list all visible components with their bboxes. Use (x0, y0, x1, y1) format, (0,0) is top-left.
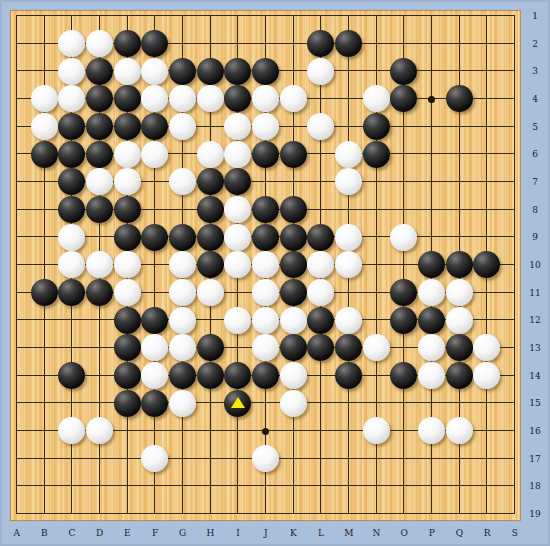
cell-D2[interactable] (86, 30, 114, 58)
cell-H9[interactable] (196, 223, 224, 251)
cell-B7[interactable] (30, 168, 58, 196)
cell-R11[interactable] (473, 279, 501, 307)
cell-Q12[interactable] (445, 306, 473, 334)
cell-E11[interactable] (113, 279, 141, 307)
cell-S14[interactable] (501, 362, 529, 390)
cell-O1[interactable] (390, 2, 418, 30)
cell-B19[interactable] (30, 500, 58, 528)
cell-H13[interactable] (196, 334, 224, 362)
cell-A14[interactable] (3, 362, 31, 390)
cell-S10[interactable] (501, 251, 529, 279)
cell-Q9[interactable] (445, 223, 473, 251)
cell-M11[interactable] (335, 279, 363, 307)
cell-M15[interactable] (335, 389, 363, 417)
cell-L10[interactable] (307, 251, 335, 279)
cell-S3[interactable] (501, 57, 529, 85)
cell-G7[interactable] (169, 168, 197, 196)
cell-A11[interactable] (3, 279, 31, 307)
cell-P13[interactable] (418, 334, 446, 362)
cell-F12[interactable] (141, 306, 169, 334)
cell-A1[interactable] (3, 2, 31, 30)
cell-D3[interactable] (86, 57, 114, 85)
cell-H6[interactable] (196, 140, 224, 168)
cell-E6[interactable] (113, 140, 141, 168)
cell-A3[interactable] (3, 57, 31, 85)
cell-S7[interactable] (501, 168, 529, 196)
cell-S15[interactable] (501, 389, 529, 417)
cell-N11[interactable] (362, 279, 390, 307)
cell-A2[interactable] (3, 30, 31, 58)
cell-D9[interactable] (86, 223, 114, 251)
cell-R12[interactable] (473, 306, 501, 334)
cell-M6[interactable] (335, 140, 363, 168)
cell-M1[interactable] (335, 2, 363, 30)
cell-B1[interactable] (30, 2, 58, 30)
cell-L8[interactable] (307, 196, 335, 224)
cell-D5[interactable] (86, 113, 114, 141)
cell-E17[interactable] (113, 445, 141, 473)
cell-C4[interactable] (58, 85, 86, 113)
cell-M5[interactable] (335, 113, 363, 141)
cell-L2[interactable] (307, 30, 335, 58)
cell-A12[interactable] (3, 306, 31, 334)
cell-D18[interactable] (86, 472, 114, 500)
cell-G10[interactable] (169, 251, 197, 279)
cell-G17[interactable] (169, 445, 197, 473)
cell-P11[interactable] (418, 279, 446, 307)
cell-E10[interactable] (113, 251, 141, 279)
cell-P16[interactable] (418, 417, 446, 445)
cell-P4[interactable] (418, 85, 446, 113)
cell-L19[interactable] (307, 500, 335, 528)
cell-I9[interactable] (224, 223, 252, 251)
cell-I14[interactable] (224, 362, 252, 390)
cell-I13[interactable] (224, 334, 252, 362)
cell-H18[interactable] (196, 472, 224, 500)
cell-G15[interactable] (169, 389, 197, 417)
cell-R17[interactable] (473, 445, 501, 473)
cell-K11[interactable] (279, 279, 307, 307)
cell-J10[interactable] (252, 251, 280, 279)
cell-E9[interactable] (113, 223, 141, 251)
cell-R4[interactable] (473, 85, 501, 113)
cell-K14[interactable] (279, 362, 307, 390)
cell-G3[interactable] (169, 57, 197, 85)
cell-K2[interactable] (279, 30, 307, 58)
cell-P5[interactable] (418, 113, 446, 141)
cell-J17[interactable] (252, 445, 280, 473)
cell-G16[interactable] (169, 417, 197, 445)
cell-L13[interactable] (307, 334, 335, 362)
cell-N10[interactable] (362, 251, 390, 279)
cell-L15[interactable] (307, 389, 335, 417)
cell-M8[interactable] (335, 196, 363, 224)
cell-M17[interactable] (335, 445, 363, 473)
cell-K6[interactable] (279, 140, 307, 168)
cell-B10[interactable] (30, 251, 58, 279)
cell-P12[interactable] (418, 306, 446, 334)
cell-N2[interactable] (362, 30, 390, 58)
cell-R6[interactable] (473, 140, 501, 168)
cell-F3[interactable] (141, 57, 169, 85)
cell-S11[interactable] (501, 279, 529, 307)
cell-I4[interactable] (224, 85, 252, 113)
cell-K12[interactable] (279, 306, 307, 334)
cell-J15[interactable] (252, 389, 280, 417)
cell-B2[interactable] (30, 30, 58, 58)
cell-E8[interactable] (113, 196, 141, 224)
cell-Q3[interactable] (445, 57, 473, 85)
cell-I8[interactable] (224, 196, 252, 224)
cell-C17[interactable] (58, 445, 86, 473)
cell-N14[interactable] (362, 362, 390, 390)
cell-N6[interactable] (362, 140, 390, 168)
cell-E15[interactable] (113, 389, 141, 417)
cell-K19[interactable] (279, 500, 307, 528)
cell-R15[interactable] (473, 389, 501, 417)
cell-I11[interactable] (224, 279, 252, 307)
cell-B18[interactable] (30, 472, 58, 500)
cell-H4[interactable] (196, 85, 224, 113)
cell-G6[interactable] (169, 140, 197, 168)
cell-I15[interactable] (224, 389, 252, 417)
cell-A7[interactable] (3, 168, 31, 196)
cell-R5[interactable] (473, 113, 501, 141)
cell-D12[interactable] (86, 306, 114, 334)
cell-J13[interactable] (252, 334, 280, 362)
cell-A4[interactable] (3, 85, 31, 113)
cell-R1[interactable] (473, 2, 501, 30)
cell-L4[interactable] (307, 85, 335, 113)
cell-B12[interactable] (30, 306, 58, 334)
cell-J3[interactable] (252, 57, 280, 85)
cell-D6[interactable] (86, 140, 114, 168)
cell-C5[interactable] (58, 113, 86, 141)
cell-I19[interactable] (224, 500, 252, 528)
cell-L14[interactable] (307, 362, 335, 390)
cell-E19[interactable] (113, 500, 141, 528)
cell-D10[interactable] (86, 251, 114, 279)
cell-I6[interactable] (224, 140, 252, 168)
cell-C10[interactable] (58, 251, 86, 279)
cell-I1[interactable] (224, 2, 252, 30)
cell-H1[interactable] (196, 2, 224, 30)
cell-M18[interactable] (335, 472, 363, 500)
cell-O7[interactable] (390, 168, 418, 196)
cell-J16[interactable] (252, 417, 280, 445)
cell-G14[interactable] (169, 362, 197, 390)
cell-A10[interactable] (3, 251, 31, 279)
cell-J11[interactable] (252, 279, 280, 307)
cell-N7[interactable] (362, 168, 390, 196)
cell-E14[interactable] (113, 362, 141, 390)
cell-S1[interactable] (501, 2, 529, 30)
cell-R2[interactable] (473, 30, 501, 58)
cell-J4[interactable] (252, 85, 280, 113)
cell-E13[interactable] (113, 334, 141, 362)
cell-O17[interactable] (390, 445, 418, 473)
cell-A9[interactable] (3, 223, 31, 251)
cell-K5[interactable] (279, 113, 307, 141)
cell-P6[interactable] (418, 140, 446, 168)
cell-J6[interactable] (252, 140, 280, 168)
cell-I18[interactable] (224, 472, 252, 500)
cell-B15[interactable] (30, 389, 58, 417)
cell-H16[interactable] (196, 417, 224, 445)
cell-F8[interactable] (141, 196, 169, 224)
cell-N18[interactable] (362, 472, 390, 500)
cell-Q18[interactable] (445, 472, 473, 500)
cell-Q6[interactable] (445, 140, 473, 168)
cell-C12[interactable] (58, 306, 86, 334)
cell-M10[interactable] (335, 251, 363, 279)
cell-C2[interactable] (58, 30, 86, 58)
cell-H7[interactable] (196, 168, 224, 196)
cell-L11[interactable] (307, 279, 335, 307)
cell-R13[interactable] (473, 334, 501, 362)
cell-A5[interactable] (3, 113, 31, 141)
cell-A15[interactable] (3, 389, 31, 417)
cell-F11[interactable] (141, 279, 169, 307)
cell-B11[interactable] (30, 279, 58, 307)
cell-S4[interactable] (501, 85, 529, 113)
cell-P18[interactable] (418, 472, 446, 500)
cell-O16[interactable] (390, 417, 418, 445)
cell-H8[interactable] (196, 196, 224, 224)
cell-S9[interactable] (501, 223, 529, 251)
cell-B13[interactable] (30, 334, 58, 362)
cell-M19[interactable] (335, 500, 363, 528)
cell-C9[interactable] (58, 223, 86, 251)
cell-F18[interactable] (141, 472, 169, 500)
cell-E7[interactable] (113, 168, 141, 196)
cell-K17[interactable] (279, 445, 307, 473)
cell-A16[interactable] (3, 417, 31, 445)
cell-L12[interactable] (307, 306, 335, 334)
cell-F19[interactable] (141, 500, 169, 528)
cell-K1[interactable] (279, 2, 307, 30)
cell-O2[interactable] (390, 30, 418, 58)
cell-B17[interactable] (30, 445, 58, 473)
cell-Q2[interactable] (445, 30, 473, 58)
cell-F9[interactable] (141, 223, 169, 251)
cell-P14[interactable] (418, 362, 446, 390)
cell-M3[interactable] (335, 57, 363, 85)
cell-N5[interactable] (362, 113, 390, 141)
cell-O9[interactable] (390, 223, 418, 251)
cell-D11[interactable] (86, 279, 114, 307)
cell-N4[interactable] (362, 85, 390, 113)
cell-P9[interactable] (418, 223, 446, 251)
cell-E1[interactable] (113, 2, 141, 30)
cell-B9[interactable] (30, 223, 58, 251)
cell-D14[interactable] (86, 362, 114, 390)
cell-E12[interactable] (113, 306, 141, 334)
cell-G8[interactable] (169, 196, 197, 224)
cell-K18[interactable] (279, 472, 307, 500)
cell-J1[interactable] (252, 2, 280, 30)
cell-D13[interactable] (86, 334, 114, 362)
cell-E5[interactable] (113, 113, 141, 141)
cell-D7[interactable] (86, 168, 114, 196)
cell-P15[interactable] (418, 389, 446, 417)
cell-C8[interactable] (58, 196, 86, 224)
cell-J7[interactable] (252, 168, 280, 196)
cell-L1[interactable] (307, 2, 335, 30)
cell-J12[interactable] (252, 306, 280, 334)
cell-P1[interactable] (418, 2, 446, 30)
cell-G5[interactable] (169, 113, 197, 141)
cell-I7[interactable] (224, 168, 252, 196)
cell-A19[interactable] (3, 500, 31, 528)
cell-L17[interactable] (307, 445, 335, 473)
cell-L16[interactable] (307, 417, 335, 445)
cell-G1[interactable] (169, 2, 197, 30)
cell-N19[interactable] (362, 500, 390, 528)
cell-A13[interactable] (3, 334, 31, 362)
cell-H14[interactable] (196, 362, 224, 390)
cell-O11[interactable] (390, 279, 418, 307)
cell-L3[interactable] (307, 57, 335, 85)
cell-K7[interactable] (279, 168, 307, 196)
cell-O14[interactable] (390, 362, 418, 390)
cell-S12[interactable] (501, 306, 529, 334)
cell-M13[interactable] (335, 334, 363, 362)
cell-P17[interactable] (418, 445, 446, 473)
cell-Q5[interactable] (445, 113, 473, 141)
cell-S6[interactable] (501, 140, 529, 168)
cell-C1[interactable] (58, 2, 86, 30)
cell-R10[interactable] (473, 251, 501, 279)
cell-B5[interactable] (30, 113, 58, 141)
cell-O3[interactable] (390, 57, 418, 85)
cell-H11[interactable] (196, 279, 224, 307)
cell-C18[interactable] (58, 472, 86, 500)
cell-S19[interactable] (501, 500, 529, 528)
cell-F15[interactable] (141, 389, 169, 417)
cell-O15[interactable] (390, 389, 418, 417)
cell-B8[interactable] (30, 196, 58, 224)
cell-D17[interactable] (86, 445, 114, 473)
cell-K3[interactable] (279, 57, 307, 85)
cell-P10[interactable] (418, 251, 446, 279)
cell-G12[interactable] (169, 306, 197, 334)
cell-E3[interactable] (113, 57, 141, 85)
cell-L7[interactable] (307, 168, 335, 196)
cell-R3[interactable] (473, 57, 501, 85)
cell-C15[interactable] (58, 389, 86, 417)
cell-S5[interactable] (501, 113, 529, 141)
cell-D16[interactable] (86, 417, 114, 445)
cell-D8[interactable] (86, 196, 114, 224)
cell-Q11[interactable] (445, 279, 473, 307)
cell-P7[interactable] (418, 168, 446, 196)
cell-O10[interactable] (390, 251, 418, 279)
cell-H15[interactable] (196, 389, 224, 417)
cell-I5[interactable] (224, 113, 252, 141)
cell-O6[interactable] (390, 140, 418, 168)
cell-H10[interactable] (196, 251, 224, 279)
cell-E18[interactable] (113, 472, 141, 500)
cell-G2[interactable] (169, 30, 197, 58)
cell-G11[interactable] (169, 279, 197, 307)
cell-R8[interactable] (473, 196, 501, 224)
cell-R16[interactable] (473, 417, 501, 445)
cell-C3[interactable] (58, 57, 86, 85)
cell-J5[interactable] (252, 113, 280, 141)
cell-J19[interactable] (252, 500, 280, 528)
cell-P19[interactable] (418, 500, 446, 528)
cell-K16[interactable] (279, 417, 307, 445)
cell-K4[interactable] (279, 85, 307, 113)
cell-B16[interactable] (30, 417, 58, 445)
cell-G4[interactable] (169, 85, 197, 113)
cell-N9[interactable] (362, 223, 390, 251)
cell-M2[interactable] (335, 30, 363, 58)
cell-B3[interactable] (30, 57, 58, 85)
cell-L6[interactable] (307, 140, 335, 168)
cell-R18[interactable] (473, 472, 501, 500)
cell-E2[interactable] (113, 30, 141, 58)
cell-C6[interactable] (58, 140, 86, 168)
cell-A18[interactable] (3, 472, 31, 500)
cell-Q8[interactable] (445, 196, 473, 224)
cell-S8[interactable] (501, 196, 529, 224)
cell-Q4[interactable] (445, 85, 473, 113)
cell-B4[interactable] (30, 85, 58, 113)
cell-F6[interactable] (141, 140, 169, 168)
cell-H17[interactable] (196, 445, 224, 473)
cell-Q13[interactable] (445, 334, 473, 362)
cell-G18[interactable] (169, 472, 197, 500)
cell-F16[interactable] (141, 417, 169, 445)
cell-F2[interactable] (141, 30, 169, 58)
cell-G13[interactable] (169, 334, 197, 362)
cell-H12[interactable] (196, 306, 224, 334)
cell-H5[interactable] (196, 113, 224, 141)
cell-J8[interactable] (252, 196, 280, 224)
cell-Q14[interactable] (445, 362, 473, 390)
cell-O12[interactable] (390, 306, 418, 334)
cell-J14[interactable] (252, 362, 280, 390)
cell-O18[interactable] (390, 472, 418, 500)
cell-J2[interactable] (252, 30, 280, 58)
cell-M7[interactable] (335, 168, 363, 196)
cell-L9[interactable] (307, 223, 335, 251)
cell-P2[interactable] (418, 30, 446, 58)
cell-C19[interactable] (58, 500, 86, 528)
cell-G9[interactable] (169, 223, 197, 251)
cell-F5[interactable] (141, 113, 169, 141)
cell-A8[interactable] (3, 196, 31, 224)
cell-Q19[interactable] (445, 500, 473, 528)
cell-M12[interactable] (335, 306, 363, 334)
cell-M9[interactable] (335, 223, 363, 251)
cell-F17[interactable] (141, 445, 169, 473)
cell-C14[interactable] (58, 362, 86, 390)
cell-S17[interactable] (501, 445, 529, 473)
cell-A6[interactable] (3, 140, 31, 168)
cell-N16[interactable] (362, 417, 390, 445)
cell-N12[interactable] (362, 306, 390, 334)
cell-D4[interactable] (86, 85, 114, 113)
cell-N15[interactable] (362, 389, 390, 417)
cell-R14[interactable] (473, 362, 501, 390)
cell-S16[interactable] (501, 417, 529, 445)
cell-K13[interactable] (279, 334, 307, 362)
cell-K8[interactable] (279, 196, 307, 224)
cell-B14[interactable] (30, 362, 58, 390)
